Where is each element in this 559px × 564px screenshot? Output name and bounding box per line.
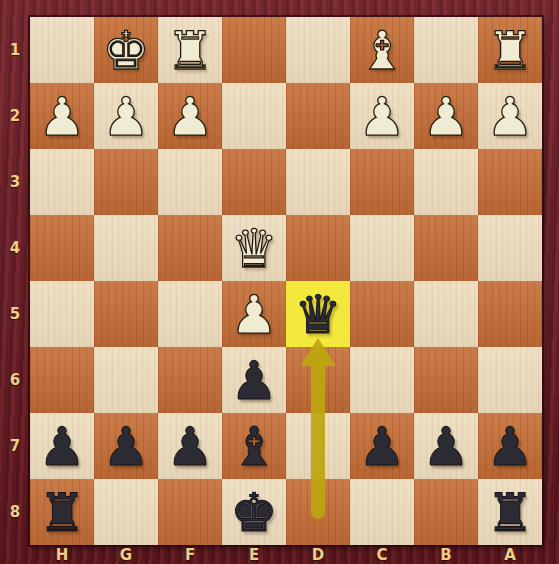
square-g5[interactable] bbox=[94, 281, 158, 347]
square-e1[interactable] bbox=[222, 17, 286, 83]
square-g3[interactable] bbox=[94, 149, 158, 215]
white-king-icon: ♚ bbox=[102, 24, 150, 77]
black-pawn-icon: ♟ bbox=[422, 420, 470, 473]
file-label-A: A bbox=[478, 545, 542, 564]
white-queen-icon: ♛ bbox=[230, 222, 278, 275]
square-f7[interactable]: ♟ bbox=[158, 413, 222, 479]
square-d5[interactable]: ♛ bbox=[286, 281, 350, 347]
square-a5[interactable] bbox=[478, 281, 542, 347]
file-label-G: G bbox=[94, 545, 158, 564]
black-pawn-icon: ♟ bbox=[166, 420, 214, 473]
rank-label-8: 8 bbox=[0, 479, 30, 545]
square-e8[interactable]: ♚ bbox=[222, 479, 286, 545]
square-f6[interactable] bbox=[158, 347, 222, 413]
square-c8[interactable] bbox=[350, 479, 414, 545]
square-f3[interactable] bbox=[158, 149, 222, 215]
white-pawn-icon: ♟ bbox=[358, 90, 406, 143]
square-a2[interactable]: ♟ bbox=[478, 83, 542, 149]
square-h6[interactable] bbox=[30, 347, 94, 413]
chess-board: ♚♜♝♜♟♟♟♟♟♟♛♟♛♟♟♟♟♝♟♟♟♜♚♜ bbox=[30, 17, 542, 545]
square-d6[interactable] bbox=[286, 347, 350, 413]
square-h8[interactable]: ♜ bbox=[30, 479, 94, 545]
square-b8[interactable] bbox=[414, 479, 478, 545]
square-a3[interactable] bbox=[478, 149, 542, 215]
rank-label-1: 1 bbox=[0, 17, 30, 83]
square-e5[interactable]: ♟ bbox=[222, 281, 286, 347]
white-pawn-icon: ♟ bbox=[166, 90, 214, 143]
square-h5[interactable] bbox=[30, 281, 94, 347]
square-h7[interactable]: ♟ bbox=[30, 413, 94, 479]
square-b5[interactable] bbox=[414, 281, 478, 347]
black-pawn-icon: ♟ bbox=[230, 354, 278, 407]
square-b4[interactable] bbox=[414, 215, 478, 281]
square-e6[interactable]: ♟ bbox=[222, 347, 286, 413]
square-f8[interactable] bbox=[158, 479, 222, 545]
square-e7[interactable]: ♝ bbox=[222, 413, 286, 479]
square-g8[interactable] bbox=[94, 479, 158, 545]
white-bishop-icon: ♝ bbox=[358, 24, 406, 77]
square-a7[interactable]: ♟ bbox=[478, 413, 542, 479]
square-a6[interactable] bbox=[478, 347, 542, 413]
square-h3[interactable] bbox=[30, 149, 94, 215]
square-h4[interactable] bbox=[30, 215, 94, 281]
square-f4[interactable] bbox=[158, 215, 222, 281]
square-c2[interactable]: ♟ bbox=[350, 83, 414, 149]
black-bishop-icon: ♝ bbox=[230, 420, 278, 473]
square-h2[interactable]: ♟ bbox=[30, 83, 94, 149]
square-a1[interactable]: ♜ bbox=[478, 17, 542, 83]
black-pawn-icon: ♟ bbox=[358, 420, 406, 473]
white-pawn-icon: ♟ bbox=[230, 288, 278, 341]
white-pawn-icon: ♟ bbox=[486, 90, 534, 143]
rank-label-5: 5 bbox=[0, 281, 30, 347]
file-label-H: H bbox=[30, 545, 94, 564]
file-label-D: D bbox=[286, 545, 350, 564]
black-pawn-icon: ♟ bbox=[102, 420, 150, 473]
square-g7[interactable]: ♟ bbox=[94, 413, 158, 479]
square-a8[interactable]: ♜ bbox=[478, 479, 542, 545]
square-d3[interactable] bbox=[286, 149, 350, 215]
black-king-icon: ♚ bbox=[230, 486, 278, 539]
square-c6[interactable] bbox=[350, 347, 414, 413]
square-g1[interactable]: ♚ bbox=[94, 17, 158, 83]
square-e3[interactable] bbox=[222, 149, 286, 215]
white-rook-icon: ♜ bbox=[166, 24, 214, 77]
black-queen-icon: ♛ bbox=[294, 288, 342, 341]
square-c3[interactable] bbox=[350, 149, 414, 215]
black-rook-icon: ♜ bbox=[38, 486, 86, 539]
square-d2[interactable] bbox=[286, 83, 350, 149]
square-d1[interactable] bbox=[286, 17, 350, 83]
square-g6[interactable] bbox=[94, 347, 158, 413]
square-g2[interactable]: ♟ bbox=[94, 83, 158, 149]
white-pawn-icon: ♟ bbox=[38, 90, 86, 143]
square-d7[interactable] bbox=[286, 413, 350, 479]
square-f2[interactable]: ♟ bbox=[158, 83, 222, 149]
square-d4[interactable] bbox=[286, 215, 350, 281]
square-f5[interactable] bbox=[158, 281, 222, 347]
rank-label-4: 4 bbox=[0, 215, 30, 281]
chess-diagram: ♚♜♝♜♟♟♟♟♟♟♛♟♛♟♟♟♟♝♟♟♟♜♚♜ 12345678 HGFEDC… bbox=[0, 0, 559, 564]
black-pawn-icon: ♟ bbox=[486, 420, 534, 473]
square-a4[interactable] bbox=[478, 215, 542, 281]
square-c7[interactable]: ♟ bbox=[350, 413, 414, 479]
white-pawn-icon: ♟ bbox=[422, 90, 470, 143]
square-b3[interactable] bbox=[414, 149, 478, 215]
file-label-F: F bbox=[158, 545, 222, 564]
rank-label-2: 2 bbox=[0, 83, 30, 149]
file-label-B: B bbox=[414, 545, 478, 564]
square-c4[interactable] bbox=[350, 215, 414, 281]
square-b7[interactable]: ♟ bbox=[414, 413, 478, 479]
square-b1[interactable] bbox=[414, 17, 478, 83]
rank-label-3: 3 bbox=[0, 149, 30, 215]
square-b2[interactable]: ♟ bbox=[414, 83, 478, 149]
square-g4[interactable] bbox=[94, 215, 158, 281]
rank-label-6: 6 bbox=[0, 347, 30, 413]
rank-label-7: 7 bbox=[0, 413, 30, 479]
black-rook-icon: ♜ bbox=[486, 486, 534, 539]
white-pawn-icon: ♟ bbox=[102, 90, 150, 143]
black-pawn-icon: ♟ bbox=[38, 420, 86, 473]
square-e2[interactable] bbox=[222, 83, 286, 149]
square-c5[interactable] bbox=[350, 281, 414, 347]
square-b6[interactable] bbox=[414, 347, 478, 413]
square-h1[interactable] bbox=[30, 17, 94, 83]
square-c1[interactable]: ♝ bbox=[350, 17, 414, 83]
file-label-C: C bbox=[350, 545, 414, 564]
file-label-E: E bbox=[222, 545, 286, 564]
square-f1[interactable]: ♜ bbox=[158, 17, 222, 83]
white-rook-icon: ♜ bbox=[486, 24, 534, 77]
square-d8[interactable] bbox=[286, 479, 350, 545]
square-e4[interactable]: ♛ bbox=[222, 215, 286, 281]
